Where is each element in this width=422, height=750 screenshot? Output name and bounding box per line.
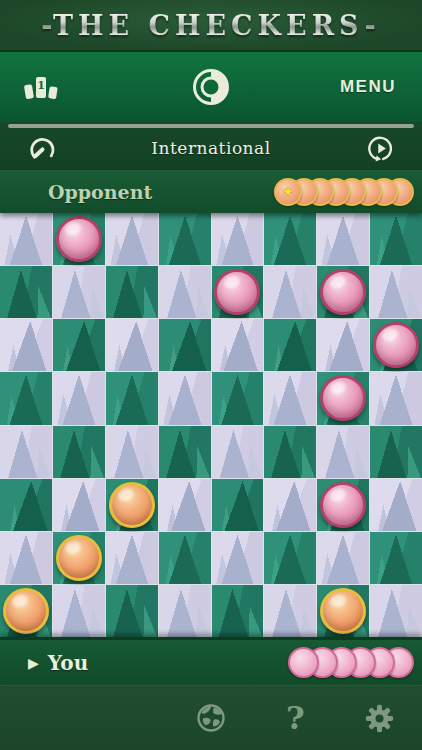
mode-bar: International [0, 122, 422, 170]
board-cell[interactable] [317, 266, 369, 318]
board-cell[interactable] [370, 426, 422, 478]
board-cell[interactable] [264, 426, 316, 478]
opponent-pink-piece[interactable] [320, 269, 366, 315]
captured-pink-piece [288, 647, 319, 678]
board-cell[interactable] [53, 213, 105, 265]
board-cell[interactable] [0, 213, 52, 265]
board-cell[interactable] [317, 479, 369, 531]
gear-icon [363, 702, 396, 735]
opponent-pink-piece[interactable] [373, 322, 419, 368]
board-cell[interactable] [159, 266, 211, 318]
replay-button[interactable] [367, 135, 422, 162]
board-cell[interactable] [212, 319, 264, 371]
help-button[interactable]: ? [265, 693, 325, 743]
question-mark-icon: ? [286, 702, 305, 734]
board-cell[interactable] [53, 266, 105, 318]
board-cell[interactable] [53, 426, 105, 478]
board-cell[interactable] [212, 213, 264, 265]
mode-row: International [0, 128, 422, 168]
board-cell[interactable] [0, 585, 52, 637]
podium-rank-number: 1 [36, 79, 46, 92]
two-players-button[interactable] [97, 693, 157, 743]
player-orange-piece[interactable] [109, 482, 155, 528]
board-cell[interactable] [106, 585, 158, 637]
board-cell[interactable] [317, 372, 369, 424]
board-cell[interactable] [0, 319, 52, 371]
board-cell[interactable] [106, 266, 158, 318]
contrast-piece-icon [193, 69, 229, 105]
board-cell[interactable] [106, 213, 158, 265]
board-cell[interactable] [370, 479, 422, 531]
board-cell[interactable] [317, 213, 369, 265]
variant-label: International [151, 138, 270, 158]
opponent-pink-piece[interactable] [56, 216, 102, 262]
player-orange-piece[interactable] [320, 588, 366, 634]
board [0, 213, 422, 637]
globe-icon [195, 702, 227, 734]
people-icon [106, 702, 148, 734]
board-cell[interactable] [159, 532, 211, 584]
top-nav: 1 MENU [0, 52, 422, 122]
captured-orange-piece: ★ [274, 178, 302, 206]
leaderboard-button[interactable]: 1 [0, 77, 56, 98]
board-cell[interactable] [264, 372, 316, 424]
you-label: You [48, 651, 88, 675]
you-bar: ▶ You [0, 637, 422, 685]
board-cell[interactable] [264, 319, 316, 371]
podium-bar-left [24, 84, 34, 99]
title-bar: -THE CHECKERS- [0, 0, 422, 52]
board-cell[interactable] [0, 266, 52, 318]
board-cell[interactable] [106, 319, 158, 371]
board-cell[interactable] [106, 479, 158, 531]
board-cell[interactable] [159, 426, 211, 478]
board-cell[interactable] [212, 479, 264, 531]
board-cell[interactable] [264, 532, 316, 584]
separator-line [8, 124, 414, 128]
board-cell[interactable] [0, 372, 52, 424]
board-cell[interactable] [53, 372, 105, 424]
difficulty-button[interactable] [0, 136, 56, 161]
piece-style-button[interactable] [193, 69, 229, 105]
opponent-label: Opponent [48, 181, 152, 203]
opponent-captured-tray: ★ [274, 178, 414, 206]
settings-button[interactable] [350, 693, 410, 743]
board-cell[interactable] [370, 372, 422, 424]
gauge-difficulty-icon [28, 136, 56, 161]
board-cell[interactable] [317, 319, 369, 371]
board-cell[interactable] [317, 532, 369, 584]
board-cell[interactable] [212, 426, 264, 478]
player-orange-piece[interactable] [3, 588, 49, 634]
you-captured-tray [288, 647, 414, 678]
board-cell[interactable] [212, 372, 264, 424]
board-cell[interactable] [317, 426, 369, 478]
board-cell[interactable] [0, 532, 52, 584]
board-cell[interactable] [53, 585, 105, 637]
board-cell[interactable] [159, 585, 211, 637]
board-cell[interactable] [370, 585, 422, 637]
board-cell[interactable] [370, 532, 422, 584]
board-cell[interactable] [370, 213, 422, 265]
king-crown-icon: ★ [282, 184, 294, 199]
player-orange-piece[interactable] [56, 535, 102, 581]
board-cell[interactable] [53, 479, 105, 531]
board-cell[interactable] [264, 585, 316, 637]
replay-icon [367, 135, 394, 162]
bottom-toolbar: ? [0, 685, 422, 750]
board-cell[interactable] [0, 426, 52, 478]
board-cell[interactable] [53, 532, 105, 584]
app-window: -THE CHECKERS- 1 MENU International [0, 0, 422, 750]
opponent-bar: Opponent ★ [0, 170, 422, 213]
opponent-pink-piece[interactable] [320, 375, 366, 421]
board-cell[interactable] [159, 213, 211, 265]
podium-ranking-icon: 1 [26, 77, 56, 98]
board-cell[interactable] [106, 426, 158, 478]
menu-button[interactable]: MENU [340, 77, 422, 97]
board-cell[interactable] [264, 213, 316, 265]
podium-bar-right [48, 86, 58, 99]
board-cell[interactable] [370, 319, 422, 371]
board-cell[interactable] [212, 532, 264, 584]
board-cell[interactable] [0, 479, 52, 531]
board-cell[interactable] [106, 372, 158, 424]
podium-bar-center: 1 [36, 77, 46, 98]
single-player-button[interactable] [12, 693, 72, 743]
board-cell[interactable] [212, 266, 264, 318]
board-cell[interactable] [264, 266, 316, 318]
board-cell[interactable] [370, 266, 422, 318]
board-cell[interactable] [264, 479, 316, 531]
board-cell[interactable] [159, 372, 211, 424]
app-title: -THE CHECKERS- [41, 10, 381, 41]
board-cell[interactable] [106, 532, 158, 584]
opponent-pink-piece[interactable] [320, 482, 366, 528]
board-cell[interactable] [159, 479, 211, 531]
online-button[interactable] [181, 693, 241, 743]
opponent-pink-piece[interactable] [214, 269, 260, 315]
turn-indicator-icon: ▶ [28, 655, 39, 671]
board-cell[interactable] [212, 585, 264, 637]
board-cell[interactable] [159, 319, 211, 371]
board-cell[interactable] [53, 319, 105, 371]
board-cell[interactable] [317, 585, 369, 637]
